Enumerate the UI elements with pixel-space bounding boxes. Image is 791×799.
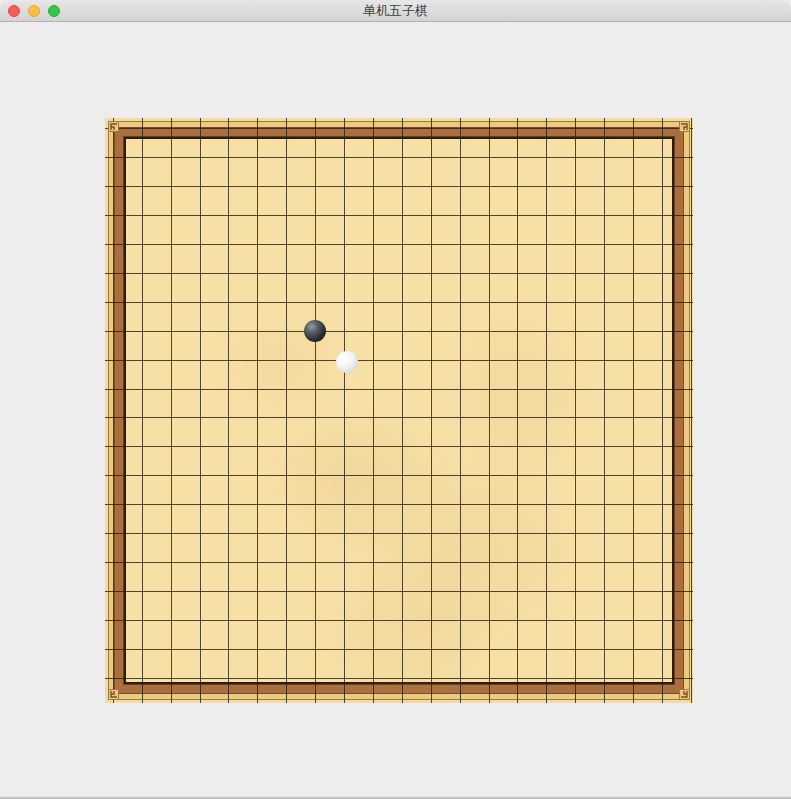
grid-vline [257, 118, 258, 703]
grid-vline [691, 118, 692, 703]
window-content [0, 23, 791, 799]
grid-hline [105, 678, 693, 679]
grid-hline [105, 504, 693, 505]
grid-hline [105, 331, 693, 332]
corner-ornament-top-right [679, 121, 690, 132]
grid-hline [105, 244, 693, 245]
grid-hline [105, 562, 693, 563]
grid-hline [105, 417, 693, 418]
grid-lines [105, 118, 693, 703]
black-stone [304, 320, 326, 342]
grid-vline [373, 118, 374, 703]
grid-vline [171, 118, 172, 703]
grid-hline [105, 302, 693, 303]
grid-vline [113, 118, 114, 703]
grid-vline [228, 118, 229, 703]
grid-vline [344, 118, 345, 703]
grid-vline [662, 118, 663, 703]
grid-vline [200, 118, 201, 703]
corner-ornament-top-left [108, 121, 119, 132]
grid-hline [105, 186, 693, 187]
title-bar: 单机五子棋 [0, 0, 791, 22]
grid-hline [105, 389, 693, 390]
corner-ornament-bottom-right [679, 689, 690, 700]
grid-vline [633, 118, 634, 703]
grid-vline [546, 118, 547, 703]
grid-vline [402, 118, 403, 703]
white-stone [336, 351, 358, 373]
grid-hline [105, 533, 693, 534]
grid-vline [460, 118, 461, 703]
grid-vline [142, 118, 143, 703]
grid-vline [489, 118, 490, 703]
grid-hline [105, 649, 693, 650]
corner-ornament-bottom-left [108, 689, 119, 700]
grid-vline [431, 118, 432, 703]
gomoku-board[interactable] [105, 118, 693, 703]
grid-hline [105, 215, 693, 216]
grid-vline [517, 118, 518, 703]
grid-vline [604, 118, 605, 703]
grid-hline [105, 273, 693, 274]
grid-hline [105, 128, 693, 129]
grid-hline [105, 620, 693, 621]
grid-vline [575, 118, 576, 703]
grid-vline [315, 118, 316, 703]
grid-vline [286, 118, 287, 703]
grid-hline [105, 360, 693, 361]
grid-hline [105, 475, 693, 476]
grid-hline [105, 446, 693, 447]
grid-hline [105, 591, 693, 592]
window-title: 单机五子棋 [0, 0, 791, 22]
grid-hline [105, 157, 693, 158]
